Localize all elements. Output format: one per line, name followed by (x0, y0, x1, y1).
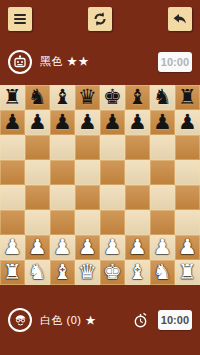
square-a1[interactable]: ♜ (0, 260, 25, 285)
stopwatch-icon (133, 312, 148, 328)
square-f1[interactable]: ♝ (125, 260, 150, 285)
black-player-label: 黑色 ★★ (40, 54, 150, 69)
square-h5[interactable] (175, 160, 200, 185)
black-queen: ♛ (78, 85, 97, 110)
square-f4[interactable] (125, 185, 150, 210)
square-g2[interactable]: ♟ (150, 235, 175, 260)
square-e5[interactable] (100, 160, 125, 185)
black-knight: ♞ (153, 85, 172, 110)
top-toolbar (0, 0, 200, 38)
square-g5[interactable] (150, 160, 175, 185)
square-e8[interactable]: ♚ (100, 85, 125, 110)
square-a6[interactable] (0, 135, 25, 160)
square-b5[interactable] (25, 160, 50, 185)
menu-button[interactable] (8, 7, 32, 31)
square-c1[interactable]: ♝ (50, 260, 75, 285)
square-b2[interactable]: ♟ (25, 235, 50, 260)
square-a2[interactable]: ♟ (0, 235, 25, 260)
square-b4[interactable] (25, 185, 50, 210)
square-f6[interactable] (125, 135, 150, 160)
square-d4[interactable] (75, 185, 100, 210)
square-e4[interactable] (100, 185, 125, 210)
square-f8[interactable]: ♝ (125, 85, 150, 110)
white-player-row: 白色 (0) ★ 10:00 (0, 285, 200, 355)
human-face-icon (13, 313, 28, 328)
square-a4[interactable] (0, 185, 25, 210)
white-pawn: ♟ (78, 235, 97, 260)
square-c8[interactable]: ♝ (50, 85, 75, 110)
square-h2[interactable]: ♟ (175, 235, 200, 260)
square-d6[interactable] (75, 135, 100, 160)
square-g8[interactable]: ♞ (150, 85, 175, 110)
square-e6[interactable] (100, 135, 125, 160)
square-g1[interactable]: ♞ (150, 260, 175, 285)
square-a5[interactable] (0, 160, 25, 185)
black-pawn: ♟ (128, 110, 147, 135)
black-knight: ♞ (28, 85, 47, 110)
white-knight: ♞ (28, 260, 47, 285)
square-b7[interactable]: ♟ (25, 110, 50, 135)
white-rook: ♜ (178, 260, 197, 285)
square-h4[interactable] (175, 185, 200, 210)
undo-icon (172, 11, 188, 27)
square-c3[interactable] (50, 210, 75, 235)
menu-icon (14, 14, 26, 24)
square-d1[interactable]: ♛ (75, 260, 100, 285)
square-c6[interactable] (50, 135, 75, 160)
square-f3[interactable] (125, 210, 150, 235)
refresh-icon (92, 11, 108, 27)
square-c4[interactable] (50, 185, 75, 210)
square-b6[interactable] (25, 135, 50, 160)
square-b3[interactable] (25, 210, 50, 235)
square-e3[interactable] (100, 210, 125, 235)
black-king: ♚ (103, 85, 122, 110)
square-d2[interactable]: ♟ (75, 235, 100, 260)
white-pawn: ♟ (3, 235, 22, 260)
white-player-label: 白色 (0) ★ (40, 313, 125, 328)
square-g3[interactable] (150, 210, 175, 235)
white-bishop: ♝ (128, 260, 147, 285)
square-c7[interactable]: ♟ (50, 110, 75, 135)
white-king: ♚ (103, 260, 122, 285)
black-pawn: ♟ (178, 110, 197, 135)
black-pawn: ♟ (153, 110, 172, 135)
square-a7[interactable]: ♟ (0, 110, 25, 135)
square-f5[interactable] (125, 160, 150, 185)
black-bishop: ♝ (53, 85, 72, 110)
robot-icon (13, 55, 27, 69)
square-e1[interactable]: ♚ (100, 260, 125, 285)
white-timer: 10:00 (158, 310, 192, 330)
square-d8[interactable]: ♛ (75, 85, 100, 110)
square-d5[interactable] (75, 160, 100, 185)
white-pawn: ♟ (53, 235, 72, 260)
white-knight: ♞ (153, 260, 172, 285)
white-pawn: ♟ (178, 235, 197, 260)
square-a8[interactable]: ♜ (0, 85, 25, 110)
black-pawn: ♟ (3, 110, 22, 135)
black-rook: ♜ (3, 85, 22, 110)
black-bishop: ♝ (128, 85, 147, 110)
square-g6[interactable] (150, 135, 175, 160)
square-g4[interactable] (150, 185, 175, 210)
black-pawn: ♟ (53, 110, 72, 135)
square-b8[interactable]: ♞ (25, 85, 50, 110)
square-h7[interactable]: ♟ (175, 110, 200, 135)
black-pawn: ♟ (28, 110, 47, 135)
square-c5[interactable] (50, 160, 75, 185)
square-c2[interactable]: ♟ (50, 235, 75, 260)
white-pawn: ♟ (103, 235, 122, 260)
square-f7[interactable]: ♟ (125, 110, 150, 135)
white-queen: ♛ (78, 260, 97, 285)
square-f2[interactable]: ♟ (125, 235, 150, 260)
square-e2[interactable]: ♟ (100, 235, 125, 260)
black-pawn: ♟ (78, 110, 97, 135)
square-d7[interactable]: ♟ (75, 110, 100, 135)
square-e7[interactable]: ♟ (100, 110, 125, 135)
white-rook: ♜ (3, 260, 22, 285)
square-g7[interactable]: ♟ (150, 110, 175, 135)
square-a3[interactable] (0, 210, 25, 235)
white-pawn: ♟ (28, 235, 47, 260)
square-h8[interactable]: ♜ (175, 85, 200, 110)
black-timer: 10:00 (158, 52, 192, 72)
black-player-row: 黑色 ★★ 10:00 (0, 38, 200, 85)
white-pawn: ♟ (153, 235, 172, 260)
undo-button[interactable] (168, 7, 192, 31)
square-h3[interactable] (175, 210, 200, 235)
black-pawn: ♟ (103, 110, 122, 135)
black-player-avatar[interactable] (8, 50, 32, 74)
refresh-button[interactable] (88, 7, 112, 31)
chess-board[interactable]: ♜♞♝♛♚♝♞♜♟♟♟♟♟♟♟♟♟♟♟♟♟♟♟♟♜♞♝♛♚♝♞♜ (0, 85, 200, 285)
square-b1[interactable]: ♞ (25, 260, 50, 285)
square-h1[interactable]: ♜ (175, 260, 200, 285)
square-d3[interactable] (75, 210, 100, 235)
white-bishop: ♝ (53, 260, 72, 285)
white-pawn: ♟ (128, 235, 147, 260)
square-h6[interactable] (175, 135, 200, 160)
white-player-avatar[interactable] (8, 308, 32, 332)
black-rook: ♜ (178, 85, 197, 110)
